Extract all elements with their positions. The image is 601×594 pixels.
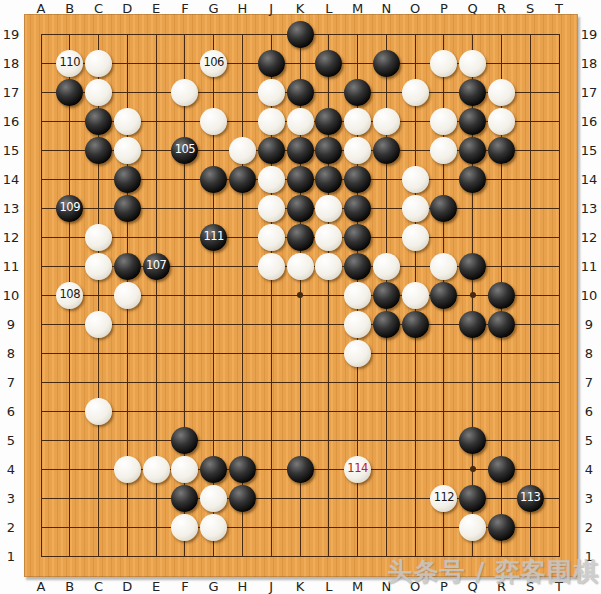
stone-white-J17 [258,79,285,106]
stone-white-O12 [402,224,429,251]
row-label-right: 13 [581,201,598,216]
stone-black-M14 [344,166,371,193]
stone-white-D4 [114,456,141,483]
col-label-bottom: L [325,579,332,594]
col-label-top: S [526,1,534,16]
stone-white-N11 [373,253,400,280]
grid-line-vertical [559,34,560,557]
stone-black-N15 [373,137,400,164]
stone-black-K17 [287,79,314,106]
move-number: 105 [175,144,195,156]
col-label-top: H [238,1,248,16]
stone-black-R2 [488,514,515,541]
row-label-right: 16 [581,114,598,129]
stone-black-D11 [114,253,141,280]
stone-white-M9 [344,311,371,338]
col-label-top: J [269,1,273,16]
move-number: 109 [60,202,80,214]
stone-white-P15 [430,137,457,164]
row-label-right: 3 [585,491,593,506]
col-label-bottom: B [65,579,74,594]
col-label-bottom: H [238,579,248,594]
col-label-bottom: F [181,579,188,594]
stone-black-K15 [287,137,314,164]
row-label-left: 11 [3,259,20,274]
row-label-left: 4 [7,462,15,477]
stone-black-P13 [430,195,457,222]
stone-white-K11 [287,253,314,280]
move-number: 110 [60,57,80,69]
stone-black-K13 [287,195,314,222]
row-label-right: 6 [585,404,593,419]
grid-line-horizontal [41,382,560,383]
stone-black-G4 [200,456,227,483]
stone-black-K14 [287,166,314,193]
stone-white-M15 [344,137,371,164]
stone-black-L16 [315,108,342,135]
stone-white-F2 [171,514,198,541]
move-number: 108 [60,289,80,301]
stone-white-L12 [315,224,342,251]
stone-white-M16 [344,108,371,135]
col-label-top: E [152,1,160,16]
stone-black-C15 [85,137,112,164]
stone-black-L15 [315,137,342,164]
row-label-left: 13 [3,201,20,216]
col-label-top: Q [468,1,478,16]
row-label-left: 17 [3,85,20,100]
grid-line-horizontal [41,353,560,354]
stone-black-R4 [488,456,515,483]
row-label-right: 5 [585,433,593,448]
star-point [297,292,303,298]
row-label-left: 9 [7,317,15,332]
stone-white-N16 [373,108,400,135]
stone-white-H15 [229,137,256,164]
row-label-left: 14 [3,172,20,187]
stone-black-N18 [373,50,400,77]
col-label-bottom: G [209,579,219,594]
star-point [470,466,476,472]
col-label-bottom: D [122,579,132,594]
row-label-left: 2 [7,520,15,535]
grid-line-horizontal [41,411,560,412]
stone-black-Q17 [459,79,486,106]
stone-white-O14 [402,166,429,193]
stone-black-D13 [114,195,141,222]
col-label-top: K [296,1,305,16]
stone-white-Q18 [459,50,486,77]
stone-black-J15 [258,137,285,164]
stone-black-R15 [488,137,515,164]
row-label-left: 5 [7,433,15,448]
star-point [470,292,476,298]
row-label-right: 8 [585,346,593,361]
move-number: 107 [146,260,166,272]
stone-white-G16 [200,108,227,135]
stone-black-L14 [315,166,342,193]
stone-black-Q11 [459,253,486,280]
row-label-right: 18 [581,56,598,71]
stone-black-Q14 [459,166,486,193]
stone-white-C9 [85,311,112,338]
row-label-left: 19 [3,27,20,42]
row-label-right: 19 [581,27,598,42]
stone-black-Q9 [459,311,486,338]
stone-black-G14 [200,166,227,193]
row-label-left: 7 [7,375,15,390]
row-label-right: 2 [585,520,593,535]
stone-white-Q2 [459,514,486,541]
stone-white-C11 [85,253,112,280]
row-label-right: 9 [585,317,593,332]
row-label-right: 15 [581,143,598,158]
move-number: 106 [203,57,223,69]
row-label-left: 6 [7,404,15,419]
row-label-left: 1 [7,549,15,564]
stone-white-D15 [114,137,141,164]
stone-white-P11 [430,253,457,280]
row-label-right: 11 [581,259,598,274]
stone-white-C6 [85,398,112,425]
stone-white-D10 [114,282,141,309]
stone-white-J11 [258,253,285,280]
stone-black-F15: 105 [171,137,198,164]
row-label-right: 4 [585,462,593,477]
col-label-bottom: E [152,579,160,594]
stone-black-M13 [344,195,371,222]
stone-white-G18: 106 [200,50,227,77]
row-label-right: 7 [585,375,593,390]
row-label-left: 8 [7,346,15,361]
col-label-top: B [65,1,74,16]
stone-white-J13 [258,195,285,222]
stone-white-O13 [402,195,429,222]
stone-white-P18 [430,50,457,77]
stone-white-G2 [200,514,227,541]
stone-black-J18 [258,50,285,77]
stone-black-R9 [488,311,515,338]
stone-white-J14 [258,166,285,193]
watermark: 头条号 / 弈客围棋 [387,555,599,588]
stone-black-K19 [287,21,314,48]
col-label-bottom: C [94,579,103,594]
col-label-top: T [555,1,563,16]
go-diagram: 头条号 / 弈客围棋 11010610510911110710811411211… [0,0,601,594]
col-label-top: P [440,1,448,16]
row-label-right: 14 [581,172,598,187]
stone-black-F5 [171,427,198,454]
stone-white-M8 [344,340,371,367]
stone-black-Q16 [459,108,486,135]
stone-white-B10: 108 [56,282,83,309]
stone-black-Q5 [459,427,486,454]
row-label-left: 3 [7,491,15,506]
stone-black-C16 [85,108,112,135]
stone-white-B18: 110 [56,50,83,77]
stone-white-J12 [258,224,285,251]
stone-black-Q15 [459,137,486,164]
stone-black-E11: 107 [143,253,170,280]
stone-white-J16 [258,108,285,135]
stone-white-L13 [315,195,342,222]
stone-black-Q3 [459,485,486,512]
stone-white-O10 [402,282,429,309]
row-label-left: 12 [3,230,20,245]
row-label-left: 18 [3,56,20,71]
stone-black-F3 [171,485,198,512]
stone-black-L18 [315,50,342,77]
col-label-top: M [352,1,363,16]
stone-black-R10 [488,282,515,309]
col-label-top: G [209,1,219,16]
row-label-right: 12 [581,230,598,245]
stone-white-P3: 112 [430,485,457,512]
stone-white-F17 [171,79,198,106]
stone-white-E4 [143,456,170,483]
grid-line-vertical [530,34,531,557]
stone-black-M17 [344,79,371,106]
col-label-bottom: M [352,579,363,594]
row-label-left: 16 [3,114,20,129]
stone-white-C12 [85,224,112,251]
stone-black-P10 [430,282,457,309]
stone-black-M11 [344,253,371,280]
stone-white-L11 [315,253,342,280]
move-number: 114 [347,463,367,475]
row-label-left: 15 [3,143,20,158]
stone-black-H3 [229,485,256,512]
stone-black-N9 [373,311,400,338]
col-label-top: N [381,1,391,16]
col-label-bottom: A [37,579,46,594]
stone-white-C17 [85,79,112,106]
col-label-top: D [122,1,132,16]
stone-black-H4 [229,456,256,483]
col-label-top: F [181,1,188,16]
col-label-top: O [410,1,420,16]
col-label-bottom: J [269,579,273,594]
stone-black-S3: 113 [517,485,544,512]
stone-black-O9 [402,311,429,338]
stone-black-B13: 109 [56,195,83,222]
col-label-top: A [37,1,46,16]
stone-black-H14 [229,166,256,193]
stone-black-M12 [344,224,371,251]
move-number: 113 [520,492,540,504]
stone-white-O17 [402,79,429,106]
stone-white-F4 [171,456,198,483]
stone-black-K12 [287,224,314,251]
col-label-top: L [325,1,332,16]
stone-black-K4 [287,456,314,483]
row-label-right: 17 [581,85,598,100]
stone-white-R16 [488,108,515,135]
stone-white-M4: 114 [344,456,371,483]
move-number: 112 [434,492,454,504]
stone-white-G3 [200,485,227,512]
stone-white-M10 [344,282,371,309]
row-label-left: 10 [3,288,20,303]
stone-white-D16 [114,108,141,135]
stone-white-C18 [85,50,112,77]
row-label-right: 10 [581,288,598,303]
stone-white-K16 [287,108,314,135]
stone-white-R17 [488,79,515,106]
stone-black-N10 [373,282,400,309]
move-number: 111 [203,231,223,243]
stone-black-G12: 111 [200,224,227,251]
stone-black-B17 [56,79,83,106]
stone-white-P16 [430,108,457,135]
col-label-bottom: K [296,579,305,594]
col-label-top: R [497,1,506,16]
stone-black-D14 [114,166,141,193]
col-label-top: C [94,1,103,16]
